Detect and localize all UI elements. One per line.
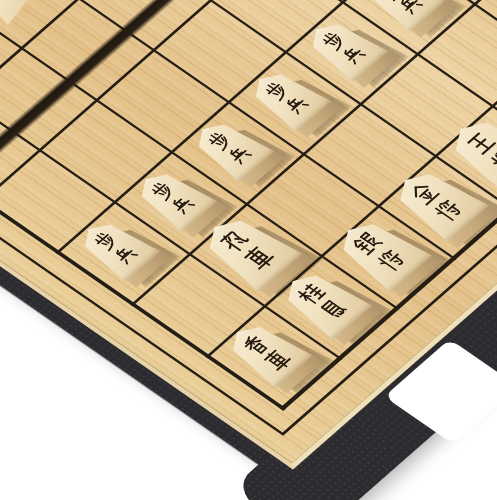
piece-pawn-1[interactable] <box>70 213 172 291</box>
shogi-set-photo <box>0 0 497 500</box>
shogi-board <box>0 0 497 469</box>
piece-pawn-3[interactable] <box>184 113 286 191</box>
piece-kanji <box>374 0 429 19</box>
piece-pawn-5[interactable] <box>298 13 400 91</box>
piece-pawn-6[interactable] <box>355 0 457 41</box>
piece-pawn-4[interactable] <box>241 63 343 141</box>
piece-kanji <box>461 128 497 176</box>
piece-lance[interactable] <box>218 315 326 397</box>
